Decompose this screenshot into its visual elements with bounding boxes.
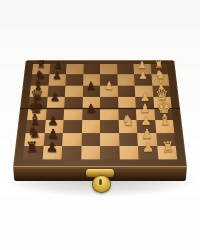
square-d4 <box>100 97 118 109</box>
square-a8 <box>32 64 50 75</box>
square-b7 <box>48 74 66 85</box>
square-f4 <box>100 120 119 133</box>
square-h4 <box>100 146 119 160</box>
square-f6 <box>63 120 82 133</box>
square-a7 <box>49 64 67 75</box>
brass-clasp-keyhole <box>99 179 102 185</box>
square-f3 <box>118 120 137 133</box>
square-a6 <box>66 64 83 75</box>
square-c8 <box>30 85 49 96</box>
square-e4 <box>100 108 118 120</box>
square-g6 <box>62 133 81 146</box>
square-c2 <box>135 85 153 96</box>
square-c7 <box>47 85 65 96</box>
square-g2 <box>137 133 157 146</box>
square-a3 <box>117 64 134 75</box>
square-e2 <box>136 108 155 120</box>
square-g3 <box>119 133 138 146</box>
square-c5 <box>82 85 100 96</box>
square-h7 <box>42 146 62 160</box>
square-e6 <box>64 108 83 120</box>
square-a1 <box>150 64 168 75</box>
square-c4 <box>100 85 118 96</box>
chess-set-product-photo[interactable]: ♜♟♟♜♞♟♟♞♝♟♟♝♛♟♟♛♚♟♟♚♝♟♞♟♝♞♟♟♜♟♟♜ <box>0 0 200 250</box>
square-h5 <box>81 146 100 160</box>
square-e5 <box>82 108 100 120</box>
square-h8 <box>23 146 43 160</box>
square-h1 <box>157 146 177 160</box>
square-b5 <box>83 74 100 85</box>
square-g7 <box>43 133 63 146</box>
square-f1 <box>155 120 175 133</box>
square-h6 <box>61 146 81 160</box>
square-d8 <box>28 97 47 109</box>
square-b8 <box>31 74 49 85</box>
square-g1 <box>156 133 176 146</box>
square-b2 <box>134 74 152 85</box>
square-d2 <box>135 97 154 109</box>
square-b3 <box>117 74 135 85</box>
square-g8 <box>24 133 44 146</box>
square-b1 <box>151 74 169 85</box>
square-d1 <box>153 97 172 109</box>
square-e1 <box>154 108 173 120</box>
square-c3 <box>117 85 135 96</box>
square-a2 <box>133 64 151 75</box>
square-d3 <box>118 97 136 109</box>
chess-board <box>13 60 187 167</box>
square-f8 <box>26 120 46 133</box>
square-a4 <box>100 64 117 75</box>
square-e7 <box>45 108 64 120</box>
fold-seam <box>20 108 180 110</box>
square-b6 <box>65 74 83 85</box>
square-g5 <box>81 133 100 146</box>
square-f2 <box>136 120 155 133</box>
square-c1 <box>152 85 171 96</box>
square-f5 <box>81 120 100 133</box>
board-grid <box>23 64 177 160</box>
square-h3 <box>119 146 139 160</box>
square-a5 <box>83 64 100 75</box>
square-b4 <box>100 74 117 85</box>
square-e8 <box>27 108 46 120</box>
square-g4 <box>100 133 119 146</box>
square-c6 <box>65 85 83 96</box>
square-e3 <box>118 108 137 120</box>
square-f7 <box>44 120 63 133</box>
square-h2 <box>138 146 158 160</box>
square-d5 <box>82 97 100 109</box>
square-d6 <box>64 97 82 109</box>
square-d7 <box>46 97 65 109</box>
